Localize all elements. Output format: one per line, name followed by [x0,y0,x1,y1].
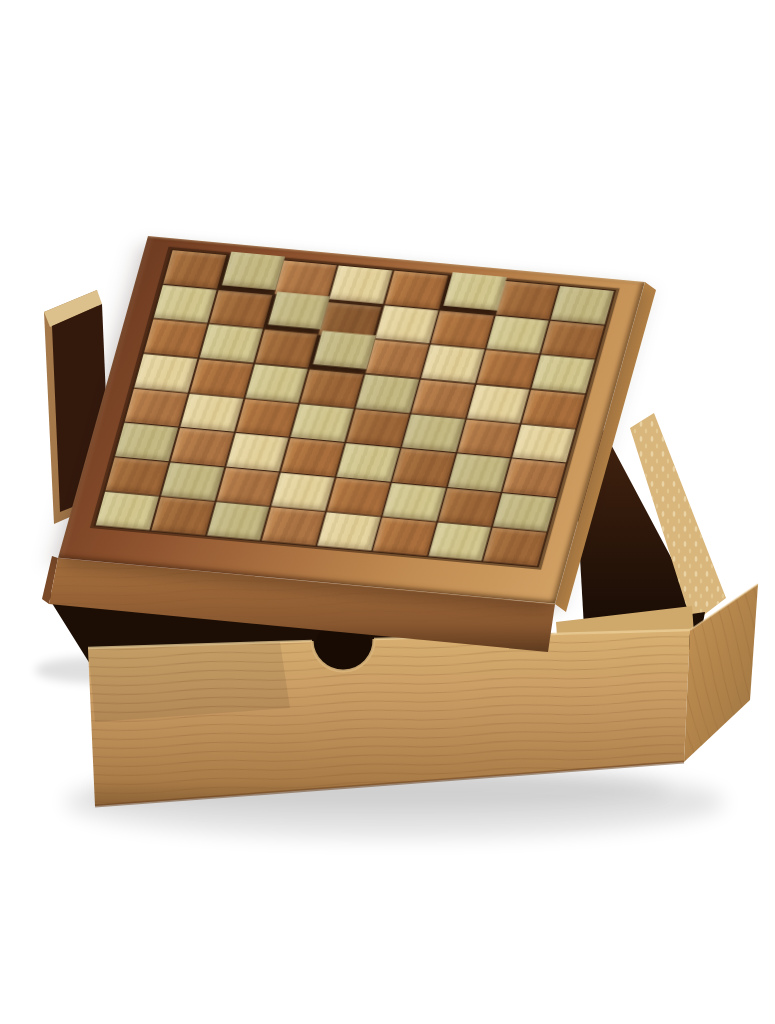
board-cell[interactable] [421,345,484,383]
board-cell[interactable] [496,281,559,319]
board-cell[interactable] [226,433,289,471]
board-cell[interactable] [542,321,605,359]
board-cell[interactable] [392,448,455,486]
board-cell[interactable] [313,331,376,369]
board-cell[interactable] [262,507,325,545]
board-cell[interactable] [522,390,585,428]
board-cell[interactable] [190,359,253,397]
board-cell[interactable] [346,409,409,447]
board-cell[interactable] [431,310,494,348]
board-cell[interactable] [291,404,354,442]
board-cell[interactable] [476,350,539,388]
board-cell[interactable] [180,393,243,431]
board-cell[interactable] [457,419,520,457]
board-cell[interactable] [255,329,318,367]
board-cell[interactable] [301,369,364,407]
board-cell[interactable] [96,492,159,530]
board-cell[interactable] [486,315,549,353]
board-cell[interactable] [199,324,262,362]
board-cell[interactable] [385,271,448,309]
board-cell[interactable] [411,379,474,417]
board-cell[interactable] [327,478,390,516]
board-cell[interactable] [245,364,308,402]
board-cell[interactable] [125,388,188,426]
checkerboard [93,249,616,568]
board-cell[interactable] [366,340,429,378]
board-cell[interactable] [375,305,438,343]
board-cell[interactable] [272,473,335,511]
board-cell[interactable] [402,414,465,452]
puzzle-lid [58,236,645,604]
board-cell[interactable] [373,518,436,556]
board-cell[interactable] [163,250,226,288]
board-cell[interactable] [268,291,331,329]
board-cell[interactable] [551,286,614,324]
board-cell[interactable] [151,497,214,535]
board-cell[interactable] [207,502,270,540]
board-cell[interactable] [337,443,400,481]
board-cell[interactable] [356,374,419,412]
lid-cast-shadow-on-box [88,642,290,722]
board-cell[interactable] [281,438,344,476]
board-cell[interactable] [216,468,279,506]
board-cell[interactable] [115,423,178,461]
board-cell[interactable] [532,355,595,393]
board-cell[interactable] [161,463,224,501]
board-cell[interactable] [443,272,506,310]
board-cell[interactable] [317,512,380,550]
board-cell[interactable] [144,319,207,357]
board-cell[interactable] [428,523,491,561]
board-cell[interactable] [467,385,530,423]
product-photo-scene [0,0,775,1024]
board-cell[interactable] [484,528,547,566]
board-cell[interactable] [134,354,197,392]
board-cell[interactable] [330,266,393,304]
board-cell[interactable] [382,483,445,521]
board-cell[interactable] [105,457,168,495]
board-cell[interactable] [448,454,511,492]
board-cell[interactable] [493,493,556,531]
board-cell[interactable] [170,428,233,466]
board-cell[interactable] [209,290,272,328]
board-cell[interactable] [222,252,285,290]
board-cell[interactable] [438,488,501,526]
board-cell[interactable] [236,399,299,437]
board-cell[interactable] [503,459,566,497]
board-cell[interactable] [154,285,217,323]
lid-frame [58,236,645,604]
board-cell[interactable] [513,424,576,462]
